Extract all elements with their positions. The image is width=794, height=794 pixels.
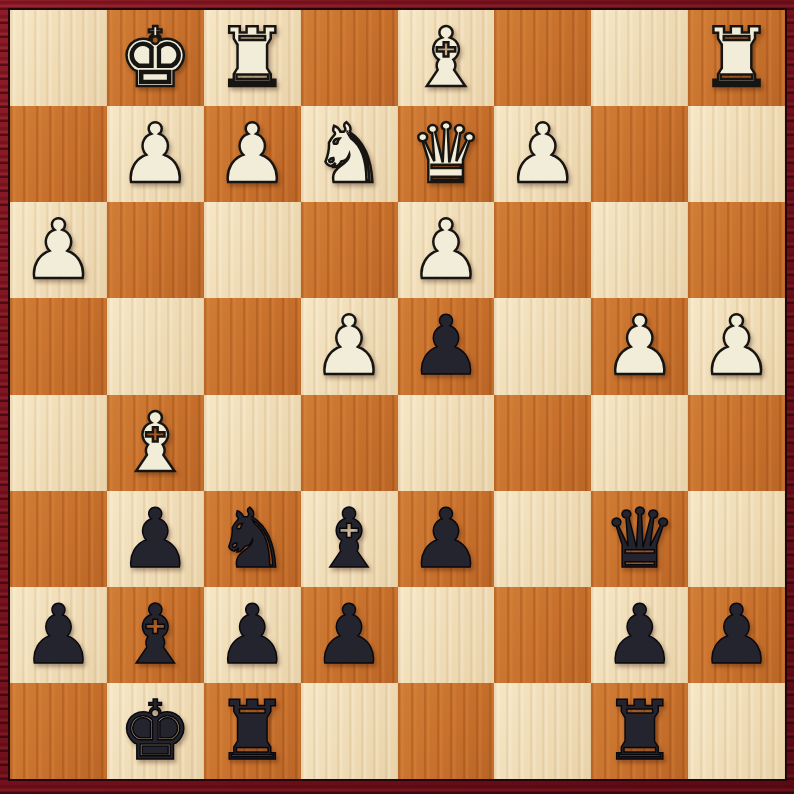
square-f7[interactable]: ♟ xyxy=(204,587,301,683)
square-h1[interactable] xyxy=(10,10,107,106)
piece-bP-d6[interactable]: ♟ xyxy=(409,498,483,580)
square-d1[interactable]: ♝ xyxy=(398,10,495,106)
square-e6[interactable]: ♝ xyxy=(301,491,398,587)
piece-bB-e6[interactable]: ♝ xyxy=(312,498,386,580)
square-f3[interactable] xyxy=(204,202,301,298)
piece-wP-g2[interactable]: ♟ xyxy=(119,113,193,195)
square-g8[interactable]: ♚ xyxy=(107,683,204,779)
square-c5[interactable] xyxy=(494,395,591,491)
square-c6[interactable] xyxy=(494,491,591,587)
square-f2[interactable]: ♟ xyxy=(204,106,301,202)
square-h5[interactable] xyxy=(10,395,107,491)
square-h4[interactable] xyxy=(10,298,107,394)
square-d5[interactable] xyxy=(398,395,495,491)
square-g6[interactable]: ♟ xyxy=(107,491,204,587)
piece-bK-g8[interactable]: ♚ xyxy=(119,690,193,772)
piece-bP-h7[interactable]: ♟ xyxy=(22,594,96,676)
square-b5[interactable] xyxy=(591,395,688,491)
piece-wP-e4[interactable]: ♟ xyxy=(312,305,386,387)
square-f5[interactable] xyxy=(204,395,301,491)
square-d4[interactable]: ♟ xyxy=(398,298,495,394)
piece-wB-d1[interactable]: ♝ xyxy=(409,17,483,99)
piece-bP-b7[interactable]: ♟ xyxy=(603,594,677,676)
square-g5[interactable]: ♝ xyxy=(107,395,204,491)
piece-wP-b4[interactable]: ♟ xyxy=(603,305,677,387)
square-g1[interactable]: ♚ xyxy=(107,10,204,106)
square-a5[interactable] xyxy=(688,395,785,491)
square-a2[interactable] xyxy=(688,106,785,202)
square-b2[interactable] xyxy=(591,106,688,202)
square-h8[interactable] xyxy=(10,683,107,779)
square-h7[interactable]: ♟ xyxy=(10,587,107,683)
square-f1[interactable]: ♜ xyxy=(204,10,301,106)
square-a7[interactable]: ♟ xyxy=(688,587,785,683)
square-d8[interactable] xyxy=(398,683,495,779)
square-c7[interactable] xyxy=(494,587,591,683)
piece-bP-d4[interactable]: ♟ xyxy=(409,305,483,387)
square-h2[interactable] xyxy=(10,106,107,202)
piece-bP-a7[interactable]: ♟ xyxy=(700,594,774,676)
square-b3[interactable] xyxy=(591,202,688,298)
piece-bP-e7[interactable]: ♟ xyxy=(312,594,386,676)
square-e4[interactable]: ♟ xyxy=(301,298,398,394)
square-b4[interactable]: ♟ xyxy=(591,298,688,394)
square-d2[interactable]: ♛ xyxy=(398,106,495,202)
piece-bP-f7[interactable]: ♟ xyxy=(215,594,289,676)
square-e8[interactable] xyxy=(301,683,398,779)
square-g3[interactable] xyxy=(107,202,204,298)
square-a1[interactable]: ♜ xyxy=(688,10,785,106)
square-e3[interactable] xyxy=(301,202,398,298)
piece-bR-f8[interactable]: ♜ xyxy=(215,690,289,772)
square-e2[interactable]: ♞ xyxy=(301,106,398,202)
chess-board: ♚♜♝♜♟♟♞♛♟♟♟♟♟♟♟♝♟♞♝♟♛♟♝♟♟♟♟♚♜♜ xyxy=(10,10,785,779)
piece-bB-g7[interactable]: ♝ xyxy=(119,594,193,676)
square-d6[interactable]: ♟ xyxy=(398,491,495,587)
square-b1[interactable] xyxy=(591,10,688,106)
square-g4[interactable] xyxy=(107,298,204,394)
square-c2[interactable]: ♟ xyxy=(494,106,591,202)
piece-bP-g6[interactable]: ♟ xyxy=(119,498,193,580)
square-e7[interactable]: ♟ xyxy=(301,587,398,683)
square-a8[interactable] xyxy=(688,683,785,779)
piece-wP-c2[interactable]: ♟ xyxy=(506,113,580,195)
square-e5[interactable] xyxy=(301,395,398,491)
square-f4[interactable] xyxy=(204,298,301,394)
square-e1[interactable] xyxy=(301,10,398,106)
piece-bQ-b6[interactable]: ♛ xyxy=(603,498,677,580)
square-c4[interactable] xyxy=(494,298,591,394)
square-c3[interactable] xyxy=(494,202,591,298)
square-b7[interactable]: ♟ xyxy=(591,587,688,683)
chess-board-frame: ♚♜♝♜♟♟♞♛♟♟♟♟♟♟♟♝♟♞♝♟♛♟♝♟♟♟♟♚♜♜ xyxy=(0,0,794,794)
piece-wP-f2[interactable]: ♟ xyxy=(215,113,289,195)
square-b6[interactable]: ♛ xyxy=(591,491,688,587)
square-h3[interactable]: ♟ xyxy=(10,202,107,298)
piece-wB-g5[interactable]: ♝ xyxy=(119,402,193,484)
piece-wR-a1[interactable]: ♜ xyxy=(700,17,774,99)
square-g2[interactable]: ♟ xyxy=(107,106,204,202)
piece-wQ-d2[interactable]: ♛ xyxy=(409,113,483,195)
piece-bN-f6[interactable]: ♞ xyxy=(215,498,289,580)
piece-wP-h3[interactable]: ♟ xyxy=(22,209,96,291)
piece-wP-d3[interactable]: ♟ xyxy=(409,209,483,291)
square-f6[interactable]: ♞ xyxy=(204,491,301,587)
square-f8[interactable]: ♜ xyxy=(204,683,301,779)
piece-bR-b8[interactable]: ♜ xyxy=(603,690,677,772)
square-g7[interactable]: ♝ xyxy=(107,587,204,683)
piece-wK-g1[interactable]: ♚ xyxy=(119,17,193,99)
piece-wN-e2[interactable]: ♞ xyxy=(312,113,386,195)
square-c8[interactable] xyxy=(494,683,591,779)
square-d3[interactable]: ♟ xyxy=(398,202,495,298)
piece-wP-a4[interactable]: ♟ xyxy=(700,305,774,387)
square-c1[interactable] xyxy=(494,10,591,106)
square-b8[interactable]: ♜ xyxy=(591,683,688,779)
square-d7[interactable] xyxy=(398,587,495,683)
square-a3[interactable] xyxy=(688,202,785,298)
square-h6[interactable] xyxy=(10,491,107,587)
piece-wR-f1[interactable]: ♜ xyxy=(215,17,289,99)
square-a6[interactable] xyxy=(688,491,785,587)
square-a4[interactable]: ♟ xyxy=(688,298,785,394)
